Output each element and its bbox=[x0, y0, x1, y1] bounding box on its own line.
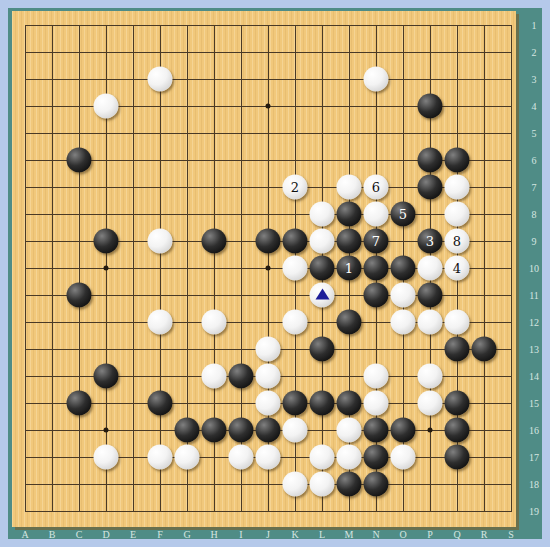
stone-white-h12[interactable] bbox=[202, 310, 227, 335]
stone-black-k15[interactable] bbox=[283, 391, 308, 416]
star-point-P16 bbox=[428, 428, 433, 433]
move-number-7: 7 bbox=[372, 235, 380, 248]
stone-white-f3[interactable] bbox=[148, 67, 173, 92]
stone-black-n9[interactable]: 7 bbox=[364, 229, 389, 254]
column-label-e: E bbox=[130, 529, 136, 540]
stone-white-l9[interactable] bbox=[310, 229, 335, 254]
row-label-8: 8 bbox=[522, 209, 546, 220]
row-label-5: 5 bbox=[522, 128, 546, 139]
stone-white-p10[interactable] bbox=[418, 256, 443, 281]
column-label-o: O bbox=[399, 529, 406, 540]
stone-white-l11[interactable] bbox=[310, 283, 335, 308]
stone-black-l10[interactable] bbox=[310, 256, 335, 281]
stone-white-g17[interactable] bbox=[175, 445, 200, 470]
stone-black-n11[interactable] bbox=[364, 283, 389, 308]
row-label-6: 6 bbox=[522, 155, 546, 166]
stone-white-n3[interactable] bbox=[364, 67, 389, 92]
stone-white-m17[interactable] bbox=[337, 445, 362, 470]
stone-black-q6[interactable] bbox=[445, 148, 470, 173]
stone-white-j14[interactable] bbox=[256, 364, 281, 389]
column-label-p: P bbox=[427, 529, 433, 540]
stone-black-m15[interactable] bbox=[337, 391, 362, 416]
stone-black-q17[interactable] bbox=[445, 445, 470, 470]
stone-white-n7[interactable]: 6 bbox=[364, 175, 389, 200]
stone-white-l8[interactable] bbox=[310, 202, 335, 227]
stone-black-l13[interactable] bbox=[310, 337, 335, 362]
row-label-7: 7 bbox=[522, 182, 546, 193]
stone-white-n15[interactable] bbox=[364, 391, 389, 416]
stone-white-f12[interactable] bbox=[148, 310, 173, 335]
row-label-2: 2 bbox=[522, 47, 546, 58]
column-label-f: F bbox=[157, 529, 163, 540]
star-point-D16 bbox=[104, 428, 109, 433]
column-label-b: B bbox=[49, 529, 56, 540]
stone-white-o11[interactable] bbox=[391, 283, 416, 308]
stone-white-m7[interactable] bbox=[337, 175, 362, 200]
stone-white-q9[interactable]: 8 bbox=[445, 229, 470, 254]
stone-black-i14[interactable] bbox=[229, 364, 254, 389]
stone-black-j9[interactable] bbox=[256, 229, 281, 254]
stone-white-j13[interactable] bbox=[256, 337, 281, 362]
stone-black-d9[interactable] bbox=[94, 229, 119, 254]
row-label-15: 15 bbox=[522, 398, 546, 409]
move-number-1: 1 bbox=[345, 262, 353, 275]
column-label-i: I bbox=[239, 529, 242, 540]
stone-black-d14[interactable] bbox=[94, 364, 119, 389]
row-label-1: 1 bbox=[522, 20, 546, 31]
row-label-4: 4 bbox=[522, 101, 546, 112]
row-label-17: 17 bbox=[522, 452, 546, 463]
row-label-12: 12 bbox=[522, 317, 546, 328]
stone-white-p14[interactable] bbox=[418, 364, 443, 389]
stone-white-l17[interactable] bbox=[310, 445, 335, 470]
stone-black-n17[interactable] bbox=[364, 445, 389, 470]
stone-white-k16[interactable] bbox=[283, 418, 308, 443]
stone-black-m10[interactable]: 1 bbox=[337, 256, 362, 281]
star-point-J10 bbox=[266, 266, 271, 271]
row-label-9: 9 bbox=[522, 236, 546, 247]
stone-white-k7[interactable]: 2 bbox=[283, 175, 308, 200]
stone-black-p4[interactable] bbox=[418, 94, 443, 119]
stone-black-n10[interactable] bbox=[364, 256, 389, 281]
row-label-19: 19 bbox=[522, 506, 546, 517]
stone-black-p7[interactable] bbox=[418, 175, 443, 200]
stone-black-c15[interactable] bbox=[67, 391, 92, 416]
row-label-10: 10 bbox=[522, 263, 546, 274]
go-app-window: 26573814 ABCDEFGHIJKLMNOPQRS123456789101… bbox=[0, 0, 550, 547]
column-label-r: R bbox=[481, 529, 488, 540]
stone-black-m12[interactable] bbox=[337, 310, 362, 335]
stone-white-j15[interactable] bbox=[256, 391, 281, 416]
column-label-c: C bbox=[76, 529, 83, 540]
stone-white-k12[interactable] bbox=[283, 310, 308, 335]
stone-white-p12[interactable] bbox=[418, 310, 443, 335]
stone-white-f9[interactable] bbox=[148, 229, 173, 254]
stone-black-j16[interactable] bbox=[256, 418, 281, 443]
stone-black-c6[interactable] bbox=[67, 148, 92, 173]
stone-white-k18[interactable] bbox=[283, 472, 308, 497]
stone-black-p9[interactable]: 3 bbox=[418, 229, 443, 254]
stone-white-p15[interactable] bbox=[418, 391, 443, 416]
stone-white-o12[interactable] bbox=[391, 310, 416, 335]
star-point-D10 bbox=[104, 266, 109, 271]
stone-black-q16[interactable] bbox=[445, 418, 470, 443]
stone-white-i17[interactable] bbox=[229, 445, 254, 470]
stone-black-o10[interactable] bbox=[391, 256, 416, 281]
stone-black-f15[interactable] bbox=[148, 391, 173, 416]
row-label-13: 13 bbox=[522, 344, 546, 355]
stone-white-m16[interactable] bbox=[337, 418, 362, 443]
stone-white-h14[interactable] bbox=[202, 364, 227, 389]
move-number-3: 3 bbox=[426, 235, 434, 248]
column-label-j: J bbox=[266, 529, 270, 540]
triangle-marker-icon bbox=[315, 289, 329, 300]
stone-white-l18[interactable] bbox=[310, 472, 335, 497]
row-label-16: 16 bbox=[522, 425, 546, 436]
row-label-3: 3 bbox=[522, 74, 546, 85]
stone-white-d17[interactable] bbox=[94, 445, 119, 470]
stone-white-q8[interactable] bbox=[445, 202, 470, 227]
stone-white-k10[interactable] bbox=[283, 256, 308, 281]
stone-white-f17[interactable] bbox=[148, 445, 173, 470]
stone-white-q7[interactable] bbox=[445, 175, 470, 200]
star-point-J4 bbox=[266, 104, 271, 109]
column-label-g: G bbox=[183, 529, 190, 540]
stone-white-q12[interactable] bbox=[445, 310, 470, 335]
stone-black-n16[interactable] bbox=[364, 418, 389, 443]
row-label-11: 11 bbox=[522, 290, 546, 301]
stone-black-q13[interactable] bbox=[445, 337, 470, 362]
stone-black-i16[interactable] bbox=[229, 418, 254, 443]
stone-black-o16[interactable] bbox=[391, 418, 416, 443]
column-label-q: Q bbox=[453, 529, 460, 540]
move-number-5: 5 bbox=[399, 208, 407, 221]
column-label-k: K bbox=[291, 529, 298, 540]
stone-white-n14[interactable] bbox=[364, 364, 389, 389]
go-board: 26573814 bbox=[12, 11, 516, 527]
stone-black-c11[interactable] bbox=[67, 283, 92, 308]
stone-white-d4[interactable] bbox=[94, 94, 119, 119]
column-label-s: S bbox=[508, 529, 514, 540]
stone-black-q15[interactable] bbox=[445, 391, 470, 416]
stone-black-g16[interactable] bbox=[175, 418, 200, 443]
stone-white-o17[interactable] bbox=[391, 445, 416, 470]
stone-white-n8[interactable] bbox=[364, 202, 389, 227]
stone-black-r13[interactable] bbox=[472, 337, 497, 362]
stone-black-m9[interactable] bbox=[337, 229, 362, 254]
move-number-2: 2 bbox=[291, 181, 299, 194]
stone-black-p6[interactable] bbox=[418, 148, 443, 173]
column-label-n: N bbox=[372, 529, 379, 540]
stone-white-q10[interactable]: 4 bbox=[445, 256, 470, 281]
stone-black-k9[interactable] bbox=[283, 229, 308, 254]
board-grid[interactable]: 26573814 bbox=[25, 25, 512, 512]
stone-black-h9[interactable] bbox=[202, 229, 227, 254]
move-number-6: 6 bbox=[372, 181, 380, 194]
column-label-a: A bbox=[21, 529, 28, 540]
stone-black-p11[interactable] bbox=[418, 283, 443, 308]
column-label-m: M bbox=[345, 529, 354, 540]
move-number-8: 8 bbox=[453, 235, 461, 248]
move-number-4: 4 bbox=[453, 262, 461, 275]
stone-black-m18[interactable] bbox=[337, 472, 362, 497]
stone-black-n18[interactable] bbox=[364, 472, 389, 497]
stone-black-o8[interactable]: 5 bbox=[391, 202, 416, 227]
stone-white-j17[interactable] bbox=[256, 445, 281, 470]
column-label-d: D bbox=[102, 529, 109, 540]
row-label-18: 18 bbox=[522, 479, 546, 490]
column-label-l: L bbox=[319, 529, 325, 540]
column-label-h: H bbox=[210, 529, 217, 540]
stone-black-h16[interactable] bbox=[202, 418, 227, 443]
stone-black-m8[interactable] bbox=[337, 202, 362, 227]
stone-black-l15[interactable] bbox=[310, 391, 335, 416]
row-label-14: 14 bbox=[522, 371, 546, 382]
